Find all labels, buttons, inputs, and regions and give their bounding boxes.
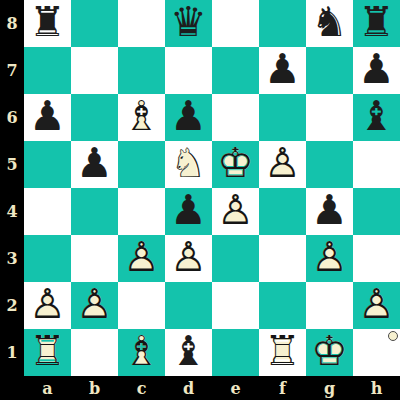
square-a2[interactable]: ♟♙ xyxy=(24,282,71,329)
square-f5[interactable]: ♟♙ xyxy=(259,141,306,188)
board-grid: ♜♛♞♜♟♟♟♝♗♟♝♟♞♘♚♔♟♙♟♟♙♟♟♙♟♙♟♙♟♙♟♙♟♙♜♖♝♗♝♜… xyxy=(24,0,400,376)
white-pawn-icon-outline: ♙ xyxy=(24,281,71,328)
square-h4[interactable] xyxy=(353,188,400,235)
square-e6[interactable] xyxy=(212,94,259,141)
square-f7[interactable]: ♟ xyxy=(259,47,306,94)
square-g6[interactable] xyxy=(306,94,353,141)
square-a1[interactable]: ♜♖ xyxy=(24,329,71,376)
square-g7[interactable] xyxy=(306,47,353,94)
square-f2[interactable] xyxy=(259,282,306,329)
white-pawn-icon: ♟ xyxy=(212,187,259,234)
rank-label-4: 4 xyxy=(0,188,24,235)
black-pawn-icon: ♟ xyxy=(165,187,212,234)
chess-puzzle-board: 87654321 ♜♛♞♜♟♟♟♝♗♟♝♟♞♘♚♔♟♙♟♟♙♟♟♙♟♙♟♙♟♙♟… xyxy=(0,0,400,400)
square-b1[interactable] xyxy=(71,329,118,376)
white-rook-icon: ♜ xyxy=(24,328,71,375)
file-label-c: c xyxy=(118,376,165,400)
square-a7[interactable] xyxy=(24,47,71,94)
square-d6[interactable]: ♟ xyxy=(165,94,212,141)
white-knight-icon-outline: ♘ xyxy=(165,140,212,187)
white-rook-icon: ♜ xyxy=(259,328,306,375)
black-bishop-icon: ♝ xyxy=(353,93,400,140)
square-a6[interactable]: ♟ xyxy=(24,94,71,141)
square-g8[interactable]: ♞ xyxy=(306,0,353,47)
file-label-h: h xyxy=(353,376,400,400)
white-bishop-icon: ♝ xyxy=(118,328,165,375)
rank-label-2: 2 xyxy=(0,282,24,329)
white-king-icon-outline: ♔ xyxy=(306,328,353,375)
square-h5[interactable] xyxy=(353,141,400,188)
square-d5[interactable]: ♞♘ xyxy=(165,141,212,188)
file-label-f: f xyxy=(259,376,306,400)
black-bishop-icon: ♝ xyxy=(165,328,212,375)
square-a4[interactable] xyxy=(24,188,71,235)
rank-label-1: 1 xyxy=(0,329,24,376)
square-b4[interactable] xyxy=(71,188,118,235)
square-b8[interactable] xyxy=(71,0,118,47)
white-pawn-icon-outline: ♙ xyxy=(353,281,400,328)
square-d4[interactable]: ♟ xyxy=(165,188,212,235)
square-c4[interactable] xyxy=(118,188,165,235)
file-label-d: d xyxy=(165,376,212,400)
black-pawn-icon: ♟ xyxy=(24,93,71,140)
file-label-e: e xyxy=(212,376,259,400)
square-e1[interactable] xyxy=(212,329,259,376)
square-d3[interactable]: ♟♙ xyxy=(165,235,212,282)
white-king-icon: ♚ xyxy=(306,328,353,375)
black-pawn-icon: ♟ xyxy=(353,46,400,93)
white-pawn-icon: ♟ xyxy=(24,281,71,328)
square-a8[interactable]: ♜ xyxy=(24,0,71,47)
square-h7[interactable]: ♟ xyxy=(353,47,400,94)
square-b5[interactable]: ♟ xyxy=(71,141,118,188)
square-a5[interactable] xyxy=(24,141,71,188)
white-bishop-icon-outline: ♗ xyxy=(118,328,165,375)
file-label-a: a xyxy=(24,376,71,400)
white-king-icon-outline: ♔ xyxy=(212,140,259,187)
square-d7[interactable] xyxy=(165,47,212,94)
square-d2[interactable] xyxy=(165,282,212,329)
white-king-icon: ♚ xyxy=(212,140,259,187)
square-e7[interactable] xyxy=(212,47,259,94)
square-e2[interactable] xyxy=(212,282,259,329)
square-c7[interactable] xyxy=(118,47,165,94)
square-f6[interactable] xyxy=(259,94,306,141)
file-label-g: g xyxy=(306,376,353,400)
square-c8[interactable] xyxy=(118,0,165,47)
square-b6[interactable] xyxy=(71,94,118,141)
square-f1[interactable]: ♜♖ xyxy=(259,329,306,376)
white-pawn-icon: ♟ xyxy=(353,281,400,328)
square-b7[interactable] xyxy=(71,47,118,94)
square-c1[interactable]: ♝♗ xyxy=(118,329,165,376)
white-pawn-icon-outline: ♙ xyxy=(71,281,118,328)
square-b3[interactable] xyxy=(71,235,118,282)
square-e4[interactable]: ♟♙ xyxy=(212,188,259,235)
white-pawn-icon-outline: ♙ xyxy=(212,187,259,234)
square-e3[interactable] xyxy=(212,235,259,282)
square-e5[interactable]: ♚♔ xyxy=(212,141,259,188)
white-knight-icon: ♞ xyxy=(165,140,212,187)
square-c6[interactable]: ♝♗ xyxy=(118,94,165,141)
white-pawn-icon-outline: ♙ xyxy=(306,234,353,281)
square-f4[interactable] xyxy=(259,188,306,235)
black-pawn-icon: ♟ xyxy=(259,46,306,93)
square-c3[interactable]: ♟♙ xyxy=(118,235,165,282)
square-c5[interactable] xyxy=(118,141,165,188)
square-g4[interactable]: ♟ xyxy=(306,188,353,235)
square-h8[interactable]: ♜ xyxy=(353,0,400,47)
square-h2[interactable]: ♟♙ xyxy=(353,282,400,329)
square-e8[interactable] xyxy=(212,0,259,47)
square-h3[interactable] xyxy=(353,235,400,282)
white-pawn-icon-outline: ♙ xyxy=(165,234,212,281)
black-pawn-icon: ♟ xyxy=(71,140,118,187)
white-pawn-icon: ♟ xyxy=(165,234,212,281)
square-b2[interactable]: ♟♙ xyxy=(71,282,118,329)
black-rook-icon: ♜ xyxy=(24,0,71,46)
rank-label-8: 8 xyxy=(0,0,24,47)
square-c2[interactable] xyxy=(118,282,165,329)
white-rook-icon-outline: ♖ xyxy=(24,328,71,375)
rank-labels: 87654321 xyxy=(0,0,24,376)
white-bishop-icon: ♝ xyxy=(118,93,165,140)
black-pawn-icon: ♟ xyxy=(306,187,353,234)
file-label-b: b xyxy=(71,376,118,400)
square-d1[interactable]: ♝ xyxy=(165,329,212,376)
white-to-move-indicator xyxy=(388,331,398,341)
white-pawn-icon-outline: ♙ xyxy=(118,234,165,281)
white-pawn-icon: ♟ xyxy=(306,234,353,281)
square-g3[interactable]: ♟♙ xyxy=(306,235,353,282)
rank-label-3: 3 xyxy=(0,235,24,282)
rank-label-7: 7 xyxy=(0,47,24,94)
black-rook-icon: ♜ xyxy=(353,0,400,46)
square-a3[interactable] xyxy=(24,235,71,282)
square-g1[interactable]: ♚♔ xyxy=(306,329,353,376)
black-pawn-icon: ♟ xyxy=(165,93,212,140)
square-d8[interactable]: ♛ xyxy=(165,0,212,47)
white-pawn-icon: ♟ xyxy=(259,140,306,187)
rank-label-6: 6 xyxy=(0,94,24,141)
white-rook-icon-outline: ♖ xyxy=(259,328,306,375)
rank-label-5: 5 xyxy=(0,141,24,188)
file-labels: abcdefgh xyxy=(24,376,400,400)
white-pawn-icon-outline: ♙ xyxy=(259,140,306,187)
white-pawn-icon: ♟ xyxy=(71,281,118,328)
square-f3[interactable] xyxy=(259,235,306,282)
black-queen-icon: ♛ xyxy=(165,0,212,46)
square-g2[interactable] xyxy=(306,282,353,329)
black-knight-icon: ♞ xyxy=(306,0,353,46)
square-f8[interactable] xyxy=(259,0,306,47)
square-h6[interactable]: ♝ xyxy=(353,94,400,141)
white-pawn-icon: ♟ xyxy=(118,234,165,281)
square-g5[interactable] xyxy=(306,141,353,188)
white-bishop-icon-outline: ♗ xyxy=(118,93,165,140)
